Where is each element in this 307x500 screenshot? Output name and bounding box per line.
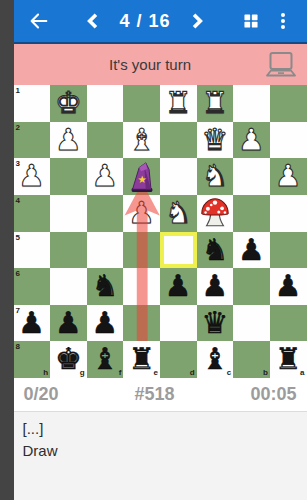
- chevron-left-icon: [83, 11, 103, 31]
- app-screen: 4 / 16 It's your turn: [14, 0, 307, 500]
- square-b5[interactable]: ♟: [233, 232, 270, 269]
- square-h1[interactable]: 1: [14, 85, 51, 122]
- rank-label: 4: [16, 197, 20, 205]
- puzzle-position-indicator: 4 / 16: [119, 11, 170, 32]
- square-h4[interactable]: 4: [14, 195, 51, 232]
- square-c8[interactable]: c♝: [197, 341, 234, 378]
- rank-label: 2: [16, 124, 20, 132]
- square-d1[interactable]: ♜: [160, 85, 197, 122]
- square-a3[interactable]: ♟: [270, 158, 307, 195]
- square-h3[interactable]: 3♟: [14, 158, 51, 195]
- square-e6[interactable]: [123, 268, 160, 305]
- moves-panel: [...] Draw: [14, 412, 307, 500]
- square-a5[interactable]: [270, 232, 307, 269]
- timer: 00:05: [250, 384, 296, 405]
- rank-label: 5: [16, 234, 20, 242]
- back-button[interactable]: [22, 4, 56, 38]
- white-queen: ♛: [197, 122, 234, 159]
- move-line-ellipsis[interactable]: [...]: [23, 418, 298, 440]
- square-f4[interactable]: [87, 195, 124, 232]
- white-bishop: ♝: [123, 122, 160, 159]
- white-pawn: ♟: [270, 158, 307, 195]
- square-b1[interactable]: [233, 85, 270, 122]
- square-e7[interactable]: [123, 305, 160, 342]
- rank-label: 1: [16, 87, 20, 95]
- square-h6[interactable]: 6: [14, 268, 51, 305]
- white-pawn: ♟: [14, 158, 51, 195]
- square-g6[interactable]: [50, 268, 87, 305]
- square-e3[interactable]: ★: [123, 158, 160, 195]
- square-g7[interactable]: ♟: [50, 305, 87, 342]
- square-g2[interactable]: ♟: [50, 122, 87, 159]
- square-d3[interactable]: [160, 158, 197, 195]
- square-e8[interactable]: e♜: [123, 341, 160, 378]
- square-d7[interactable]: [160, 305, 197, 342]
- square-b7[interactable]: [233, 305, 270, 342]
- grid-icon: [242, 12, 260, 30]
- square-a7[interactable]: [270, 305, 307, 342]
- white-king: ♚: [50, 85, 87, 122]
- file-label: h: [43, 369, 48, 377]
- square-d6[interactable]: ♟: [160, 268, 197, 305]
- white-pawn: ♟: [233, 122, 270, 159]
- square-d5[interactable]: [160, 232, 197, 269]
- square-a1[interactable]: [270, 85, 307, 122]
- puzzle-navigation: 4 / 16: [56, 4, 235, 38]
- black-king: ♚: [50, 341, 87, 378]
- chess-board: 1♚♜♜2♟♝♛♟3♟♟ ★ ♞♟4♟♞ 5♞♟6♞♟♟♟7♟♟♟♛8hg♚f♝…: [14, 85, 307, 378]
- chevron-right-icon: [187, 11, 207, 31]
- overflow-menu-button[interactable]: [267, 4, 299, 38]
- black-knight: ♞: [87, 268, 124, 305]
- white-pawn: ♟: [123, 195, 160, 232]
- top-app-bar: 4 / 16: [14, 0, 307, 44]
- square-b8[interactable]: b: [233, 341, 270, 378]
- square-b2[interactable]: ♟: [233, 122, 270, 159]
- black-pawn: ♟: [233, 232, 270, 269]
- turn-banner-text: It's your turn: [14, 56, 261, 73]
- square-a8[interactable]: a♜: [270, 341, 307, 378]
- square-a2[interactable]: [270, 122, 307, 159]
- black-pawn: ♟: [270, 268, 307, 305]
- rank-label: 6: [16, 270, 20, 278]
- black-queen: ♛: [197, 305, 234, 342]
- square-a4[interactable]: [270, 195, 307, 232]
- square-h7[interactable]: 7♟: [14, 305, 51, 342]
- black-pawn: ♟: [160, 268, 197, 305]
- square-c5[interactable]: ♞: [197, 232, 234, 269]
- black-bishop: ♝: [87, 341, 124, 378]
- square-c1[interactable]: ♜: [197, 85, 234, 122]
- square-c6[interactable]: ♟: [197, 268, 234, 305]
- square-e1[interactable]: [123, 85, 160, 122]
- square-h5[interactable]: 5: [14, 232, 51, 269]
- previous-puzzle-button[interactable]: [77, 4, 109, 38]
- engine-toggle-button[interactable]: [261, 48, 301, 82]
- square-g8[interactable]: g♚: [50, 341, 87, 378]
- score-counter: 0/20: [24, 384, 59, 405]
- square-b4[interactable]: [233, 195, 270, 232]
- white-pawn: ♟: [87, 158, 124, 195]
- white-rook: ♜: [160, 85, 197, 122]
- black-pawn: ♟: [197, 268, 234, 305]
- puzzle-list-button[interactable]: [235, 4, 267, 38]
- black-rook: ♜: [270, 341, 307, 378]
- square-c7[interactable]: ♛: [197, 305, 234, 342]
- black-knight: ♞: [197, 232, 234, 269]
- black-bishop: ♝: [197, 341, 234, 378]
- turn-banner: It's your turn: [14, 44, 307, 85]
- square-h2[interactable]: 2: [14, 122, 51, 159]
- move-line-draw[interactable]: Draw: [23, 440, 298, 462]
- file-label: b: [263, 369, 268, 377]
- square-d4[interactable]: ♞: [160, 195, 197, 232]
- square-a6[interactable]: ♟: [270, 268, 307, 305]
- vertical-dots-icon: [274, 11, 292, 31]
- laptop-icon: [263, 50, 299, 80]
- square-b3[interactable]: [233, 158, 270, 195]
- square-f6[interactable]: ♞: [87, 268, 124, 305]
- file-label: d: [190, 369, 195, 377]
- white-knight: ♞: [197, 158, 234, 195]
- square-c4[interactable]: [197, 195, 234, 232]
- black-pawn: ♟: [87, 305, 124, 342]
- stats-bar: 0/20 #518 00:05: [14, 378, 307, 412]
- square-f1[interactable]: [87, 85, 124, 122]
- arrow-left-icon: [28, 10, 50, 32]
- square-c2[interactable]: ♛: [197, 122, 234, 159]
- black-rook: ♜: [123, 341, 160, 378]
- joker-marker-icon: ★: [125, 160, 159, 194]
- square-e5[interactable]: [123, 232, 160, 269]
- svg-text:★: ★: [138, 173, 147, 185]
- rank-label: 8: [16, 343, 20, 351]
- square-g5[interactable]: [50, 232, 87, 269]
- square-c3[interactable]: ♞: [197, 158, 234, 195]
- square-f5[interactable]: [87, 232, 124, 269]
- square-f8[interactable]: f♝: [87, 341, 124, 378]
- square-g1[interactable]: ♚: [50, 85, 87, 122]
- square-f2[interactable]: [87, 122, 124, 159]
- square-d8[interactable]: d: [160, 341, 197, 378]
- square-f3[interactable]: ♟: [87, 158, 124, 195]
- square-e4[interactable]: ♟: [123, 195, 160, 232]
- next-puzzle-button[interactable]: [181, 4, 213, 38]
- puzzle-number: #518: [134, 384, 174, 405]
- square-g4[interactable]: [50, 195, 87, 232]
- black-pawn: ♟: [50, 305, 87, 342]
- white-rook: ♜: [197, 85, 234, 122]
- square-h8[interactable]: 8h: [14, 341, 51, 378]
- mushroom-marker-icon: [198, 196, 232, 230]
- square-e2[interactable]: ♝: [123, 122, 160, 159]
- square-b6[interactable]: [233, 268, 270, 305]
- square-g3[interactable]: [50, 158, 87, 195]
- square-f7[interactable]: ♟: [87, 305, 124, 342]
- square-d2[interactable]: [160, 122, 197, 159]
- white-pawn: ♟: [50, 122, 87, 159]
- white-knight: ♞: [160, 195, 197, 232]
- black-pawn: ♟: [14, 305, 51, 342]
